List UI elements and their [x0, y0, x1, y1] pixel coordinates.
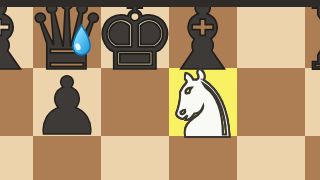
top-dark-bar [0, 0, 320, 7]
square-d7[interactable]: ♟ [33, 68, 101, 136]
square-h6[interactable] [305, 136, 320, 180]
piece-white-knight[interactable]: ♞ [145, 47, 261, 163]
piece-black-rook[interactable]: ♜ [281, 0, 320, 95]
square-h8[interactable]: ♜ [305, 0, 320, 68]
board: ♝♛♚♝♜♟♞ [0, 0, 320, 180]
square-f7[interactable]: ♞ [169, 68, 237, 136]
piece-black-pawn[interactable]: ♟ [18, 57, 117, 156]
video-frame: ♝♛♚♝♜♟♞ [0, 0, 320, 180]
